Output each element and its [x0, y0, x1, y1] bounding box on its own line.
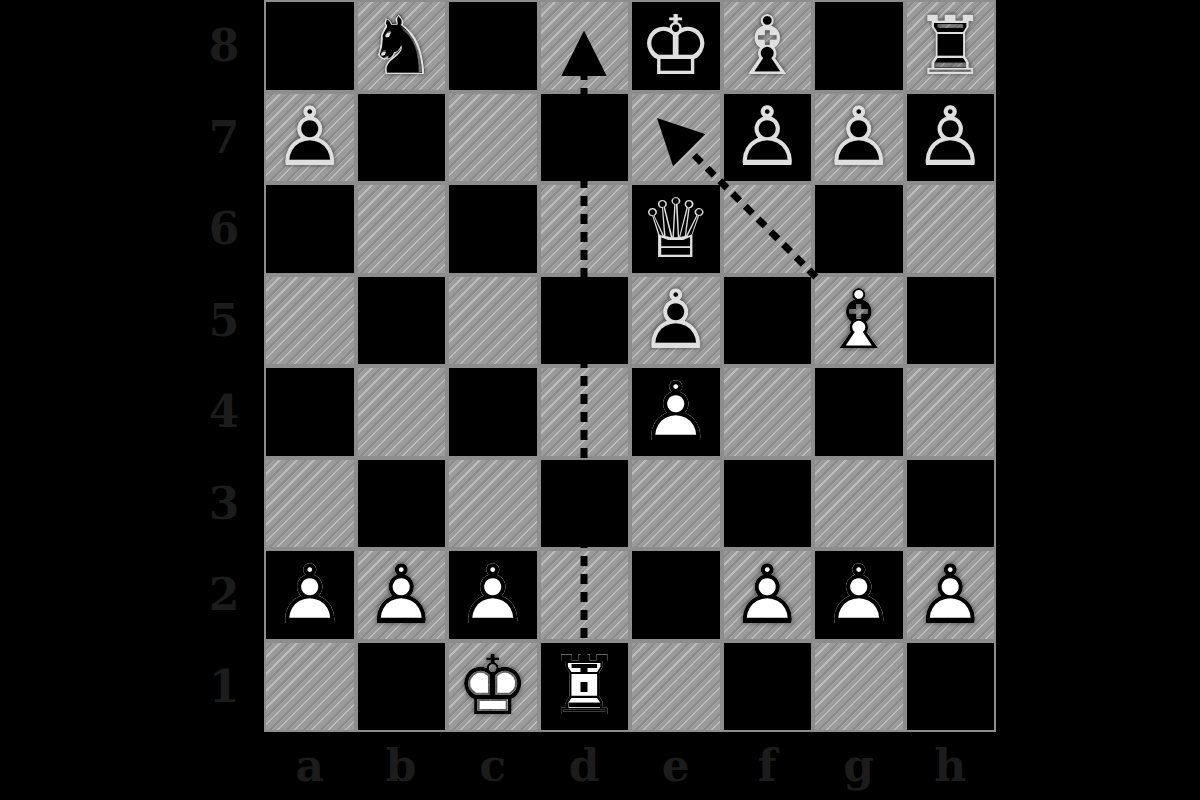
square-c4[interactable] — [447, 366, 539, 458]
square-f5[interactable] — [722, 275, 814, 367]
square-h4[interactable] — [905, 366, 997, 458]
rank-label-7: 7 — [192, 92, 256, 184]
black-king-e8[interactable]: ♚♔ — [630, 0, 722, 92]
square-g1[interactable] — [813, 641, 905, 733]
black-pawn-f7[interactable]: ♟♙ — [722, 92, 814, 184]
white-pawn-c2[interactable]: ♟♙ — [447, 549, 539, 641]
piece-glyph-outline: ♙ — [722, 92, 814, 184]
piece-glyph-outline: ♙ — [813, 92, 905, 184]
piece-glyph-outline: ♖ — [539, 641, 631, 733]
square-c8[interactable] — [447, 0, 539, 92]
square-h2[interactable]: ♟♙ — [905, 549, 997, 641]
square-d1[interactable]: ♜♖ — [539, 641, 631, 733]
square-h6[interactable] — [905, 183, 997, 275]
square-c7[interactable] — [447, 92, 539, 184]
rank-label-1: 1 — [192, 641, 256, 733]
square-f6[interactable] — [722, 183, 814, 275]
square-d7[interactable] — [539, 92, 631, 184]
square-a6[interactable] — [264, 183, 356, 275]
piece-glyph-outline: ♘ — [356, 0, 448, 92]
square-a4[interactable] — [264, 366, 356, 458]
white-pawn-b2[interactable]: ♟♙ — [356, 549, 448, 641]
file-label-h: h — [905, 734, 997, 796]
black-bishop-f8[interactable]: ♝♗ — [722, 0, 814, 92]
black-pawn-h7[interactable]: ♟♙ — [905, 92, 997, 184]
square-a8[interactable] — [264, 0, 356, 92]
square-b2[interactable]: ♟♙ — [356, 549, 448, 641]
piece-glyph-outline: ♗ — [722, 0, 814, 92]
square-g6[interactable] — [813, 183, 905, 275]
square-e4[interactable]: ♟♙ — [630, 366, 722, 458]
white-king-c1[interactable]: ♚♔ — [447, 641, 539, 733]
square-c6[interactable] — [447, 183, 539, 275]
square-d6[interactable] — [539, 183, 631, 275]
file-label-f: f — [722, 734, 814, 796]
square-h1[interactable] — [905, 641, 997, 733]
file-labels: abcdefgh — [264, 734, 996, 796]
white-bishop-g5[interactable]: ♝♗ — [813, 275, 905, 367]
square-e2[interactable] — [630, 549, 722, 641]
piece-glyph-outline: ♔ — [447, 641, 539, 733]
piece-glyph-outline: ♕ — [630, 183, 722, 275]
rank-label-3: 3 — [192, 458, 256, 550]
piece-glyph-outline: ♙ — [356, 549, 448, 641]
rank-label-2: 2 — [192, 549, 256, 641]
square-a2[interactable]: ♟♙ — [264, 549, 356, 641]
square-f7[interactable]: ♟♙ — [722, 92, 814, 184]
square-g7[interactable]: ♟♙ — [813, 92, 905, 184]
square-h5[interactable] — [905, 275, 997, 367]
square-g2[interactable]: ♟♙ — [813, 549, 905, 641]
piece-glyph-outline: ♙ — [905, 549, 997, 641]
rank-label-5: 5 — [192, 275, 256, 367]
square-g3[interactable] — [813, 458, 905, 550]
black-rook-h8[interactable]: ♜♖ — [905, 0, 997, 92]
square-b3[interactable] — [356, 458, 448, 550]
piece-glyph-outline: ♙ — [630, 366, 722, 458]
square-b1[interactable] — [356, 641, 448, 733]
square-e8[interactable]: ♚♔ — [630, 0, 722, 92]
white-pawn-h2[interactable]: ♟♙ — [905, 549, 997, 641]
piece-glyph-outline: ♙ — [722, 549, 814, 641]
square-c3[interactable] — [447, 458, 539, 550]
square-d2[interactable] — [539, 549, 631, 641]
square-a1[interactable] — [264, 641, 356, 733]
square-b8[interactable]: ♞♘ — [356, 0, 448, 92]
board-wrap: ♞♘♚♔♝♗♜♖♟♙♟♙♟♙♟♙♛♕♟♙♝♗♟♙♟♙♟♙♟♙♟♙♟♙♟♙♚♔♜♖ — [264, 0, 996, 732]
white-rook-d1[interactable]: ♜♖ — [539, 641, 631, 733]
chess-board: ♞♘♚♔♝♗♜♖♟♙♟♙♟♙♟♙♛♕♟♙♝♗♟♙♟♙♟♙♟♙♟♙♟♙♟♙♚♔♜♖ — [264, 0, 996, 732]
square-h8[interactable]: ♜♖ — [905, 0, 997, 92]
square-c5[interactable] — [447, 275, 539, 367]
black-queen-e6[interactable]: ♛♕ — [630, 183, 722, 275]
rank-label-6: 6 — [192, 183, 256, 275]
piece-glyph-outline: ♙ — [630, 275, 722, 367]
piece-glyph-outline: ♔ — [630, 0, 722, 92]
piece-glyph-outline: ♙ — [447, 549, 539, 641]
square-g5[interactable]: ♝♗ — [813, 275, 905, 367]
square-g8[interactable] — [813, 0, 905, 92]
piece-glyph-outline: ♙ — [905, 92, 997, 184]
piece-glyph-outline: ♙ — [264, 92, 356, 184]
square-b6[interactable] — [356, 183, 448, 275]
file-label-c: c — [447, 734, 539, 796]
piece-glyph-outline: ♙ — [264, 549, 356, 641]
file-label-e: e — [630, 734, 722, 796]
white-pawn-e4[interactable]: ♟♙ — [630, 366, 722, 458]
black-pawn-g7[interactable]: ♟♙ — [813, 92, 905, 184]
square-c2[interactable]: ♟♙ — [447, 549, 539, 641]
piece-glyph-outline: ♙ — [813, 549, 905, 641]
square-h7[interactable]: ♟♙ — [905, 92, 997, 184]
piece-glyph-outline: ♖ — [905, 0, 997, 92]
square-d4[interactable] — [539, 366, 631, 458]
black-pawn-e5[interactable]: ♟♙ — [630, 275, 722, 367]
square-d3[interactable] — [539, 458, 631, 550]
square-e5[interactable]: ♟♙ — [630, 275, 722, 367]
square-f3[interactable] — [722, 458, 814, 550]
rank-label-8: 8 — [192, 0, 256, 92]
square-e7[interactable] — [630, 92, 722, 184]
square-g4[interactable] — [813, 366, 905, 458]
square-h3[interactable] — [905, 458, 997, 550]
square-d5[interactable] — [539, 275, 631, 367]
white-pawn-g2[interactable]: ♟♙ — [813, 549, 905, 641]
black-pawn-a7[interactable]: ♟♙ — [264, 92, 356, 184]
square-b7[interactable] — [356, 92, 448, 184]
square-f1[interactable] — [722, 641, 814, 733]
square-f2[interactable]: ♟♙ — [722, 549, 814, 641]
square-a7[interactable]: ♟♙ — [264, 92, 356, 184]
square-c1[interactable]: ♚♔ — [447, 641, 539, 733]
white-pawn-f2[interactable]: ♟♙ — [722, 549, 814, 641]
square-e6[interactable]: ♛♕ — [630, 183, 722, 275]
file-label-a: a — [264, 734, 356, 796]
square-f4[interactable] — [722, 366, 814, 458]
rank-labels: 87654321 — [192, 0, 256, 732]
file-label-d: d — [539, 734, 631, 796]
square-e1[interactable] — [630, 641, 722, 733]
rank-label-4: 4 — [192, 366, 256, 458]
file-label-b: b — [356, 734, 448, 796]
square-a3[interactable] — [264, 458, 356, 550]
square-f8[interactable]: ♝♗ — [722, 0, 814, 92]
white-pawn-a2[interactable]: ♟♙ — [264, 549, 356, 641]
square-a5[interactable] — [264, 275, 356, 367]
piece-glyph-outline: ♗ — [813, 275, 905, 367]
square-d8[interactable] — [539, 0, 631, 92]
square-b4[interactable] — [356, 366, 448, 458]
square-e3[interactable] — [630, 458, 722, 550]
black-knight-b8[interactable]: ♞♘ — [356, 0, 448, 92]
file-label-g: g — [813, 734, 905, 796]
square-b5[interactable] — [356, 275, 448, 367]
